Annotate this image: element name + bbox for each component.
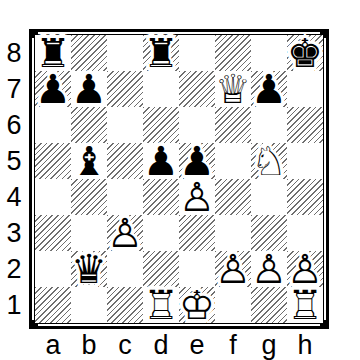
square-a5[interactable]	[35, 143, 71, 179]
square-b7[interactable]: ♟♟	[71, 71, 107, 107]
piece-white-king: ♚♔	[179, 287, 215, 323]
square-c5[interactable]	[107, 143, 143, 179]
square-a6[interactable]	[35, 107, 71, 143]
square-f2[interactable]: ♟♙	[215, 251, 251, 287]
piece-white-pawn: ♟♙	[251, 251, 287, 287]
square-h1[interactable]: ♜♖	[287, 287, 323, 323]
square-e1[interactable]: ♚♔	[179, 287, 215, 323]
piece-glyph: ♟	[71, 71, 107, 107]
piece-glyph: ♖	[143, 287, 179, 323]
piece-glyph: ♜	[143, 35, 179, 71]
piece-glyph: ♟	[251, 71, 287, 107]
chess-board: ♜♜♜♜♚♚♟♟♟♟♛♕♟♟♝♝♟♟♟♟♞♘♟♙♟♙♛♛♟♙♟♙♟♙♜♖♚♔♜♖	[35, 35, 323, 323]
rank-label-1: 1	[1, 290, 27, 320]
board-border-outer: ♜♜♜♜♚♚♟♟♟♟♛♕♟♟♝♝♟♟♟♟♞♘♟♙♟♙♛♛♟♙♟♙♟♙♜♖♚♔♜♖	[29, 29, 329, 329]
square-f5[interactable]	[215, 143, 251, 179]
square-h7[interactable]	[287, 71, 323, 107]
square-c2[interactable]	[107, 251, 143, 287]
square-c7[interactable]	[107, 71, 143, 107]
square-b1[interactable]	[71, 287, 107, 323]
rank-label-6: 6	[1, 110, 27, 140]
square-e8[interactable]	[179, 35, 215, 71]
file-label-b: b	[71, 330, 107, 360]
square-g2[interactable]: ♟♙	[251, 251, 287, 287]
square-a1[interactable]	[35, 287, 71, 323]
square-g4[interactable]	[251, 179, 287, 215]
piece-glyph: ♟	[143, 143, 179, 179]
piece-black-pawn: ♟♟	[35, 71, 71, 107]
piece-white-pawn: ♟♙	[179, 179, 215, 215]
piece-glyph: ♕	[215, 71, 251, 107]
square-a3[interactable]	[35, 215, 71, 251]
piece-glyph: ♙	[215, 251, 251, 287]
square-h6[interactable]	[287, 107, 323, 143]
square-d3[interactable]	[143, 215, 179, 251]
square-g5[interactable]: ♞♘	[251, 143, 287, 179]
file-label-c: c	[107, 330, 143, 360]
piece-glyph: ♝	[71, 143, 107, 179]
file-label-a: a	[35, 330, 71, 360]
square-h8[interactable]: ♚♚	[287, 35, 323, 71]
rank-label-4: 4	[1, 182, 27, 212]
square-e3[interactable]	[179, 215, 215, 251]
piece-white-pawn: ♟♙	[215, 251, 251, 287]
square-b5[interactable]: ♝♝	[71, 143, 107, 179]
file-label-g: g	[251, 330, 287, 360]
piece-white-rook: ♜♖	[143, 287, 179, 323]
square-e7[interactable]	[179, 71, 215, 107]
piece-white-rook: ♜♖	[287, 287, 323, 323]
square-h5[interactable]	[287, 143, 323, 179]
piece-glyph: ♟	[35, 71, 71, 107]
rank-label-2: 2	[1, 254, 27, 284]
piece-black-queen: ♛♛	[71, 251, 107, 287]
file-label-h: h	[287, 330, 323, 360]
piece-black-pawn: ♟♟	[71, 71, 107, 107]
square-a7[interactable]: ♟♟	[35, 71, 71, 107]
square-b2[interactable]: ♛♛	[71, 251, 107, 287]
piece-glyph: ♚	[287, 35, 323, 71]
square-c3[interactable]: ♟♙	[107, 215, 143, 251]
piece-glyph: ♘	[251, 143, 287, 179]
square-g7[interactable]: ♟♟	[251, 71, 287, 107]
piece-white-pawn: ♟♙	[107, 215, 143, 251]
square-d4[interactable]	[143, 179, 179, 215]
board-border-inner: ♜♜♜♜♚♚♟♟♟♟♛♕♟♟♝♝♟♟♟♟♞♘♟♙♟♙♛♛♟♙♟♙♟♙♜♖♚♔♜♖	[34, 34, 324, 324]
rank-label-8: 8	[1, 38, 27, 68]
file-label-d: d	[143, 330, 179, 360]
piece-black-pawn: ♟♟	[143, 143, 179, 179]
chess-diagram: 87654321 abcdefgh ♜♜♜♜♚♚♟♟♟♟♛♕♟♟♝♝♟♟♟♟♞♘…	[0, 0, 360, 360]
square-e4[interactable]: ♟♙	[179, 179, 215, 215]
square-a2[interactable]	[35, 251, 71, 287]
rank-label-5: 5	[1, 146, 27, 176]
piece-glyph: ♔	[179, 287, 215, 323]
piece-glyph: ♖	[287, 287, 323, 323]
piece-glyph: ♙	[107, 215, 143, 251]
square-f7[interactable]: ♛♕	[215, 71, 251, 107]
piece-black-bishop: ♝♝	[71, 143, 107, 179]
rank-label-3: 3	[1, 218, 27, 248]
piece-white-knight: ♞♘	[251, 143, 287, 179]
piece-black-rook: ♜♜	[143, 35, 179, 71]
piece-glyph: ♛	[71, 251, 107, 287]
square-g1[interactable]	[251, 287, 287, 323]
square-c8[interactable]	[107, 35, 143, 71]
piece-glyph: ♙	[251, 251, 287, 287]
square-d7[interactable]	[143, 71, 179, 107]
file-label-e: e	[179, 330, 215, 360]
square-f4[interactable]	[215, 179, 251, 215]
piece-black-king: ♚♚	[287, 35, 323, 71]
square-c1[interactable]	[107, 287, 143, 323]
rank-label-7: 7	[1, 74, 27, 104]
square-d1[interactable]: ♜♖	[143, 287, 179, 323]
square-c6[interactable]	[107, 107, 143, 143]
square-f1[interactable]	[215, 287, 251, 323]
square-h4[interactable]	[287, 179, 323, 215]
file-label-f: f	[215, 330, 251, 360]
piece-glyph: ♙	[179, 179, 215, 215]
square-b4[interactable]	[71, 179, 107, 215]
square-f6[interactable]	[215, 107, 251, 143]
piece-white-queen: ♛♕	[215, 71, 251, 107]
square-a4[interactable]	[35, 179, 71, 215]
piece-black-pawn: ♟♟	[251, 71, 287, 107]
square-d5[interactable]: ♟♟	[143, 143, 179, 179]
square-d8[interactable]: ♜♜	[143, 35, 179, 71]
